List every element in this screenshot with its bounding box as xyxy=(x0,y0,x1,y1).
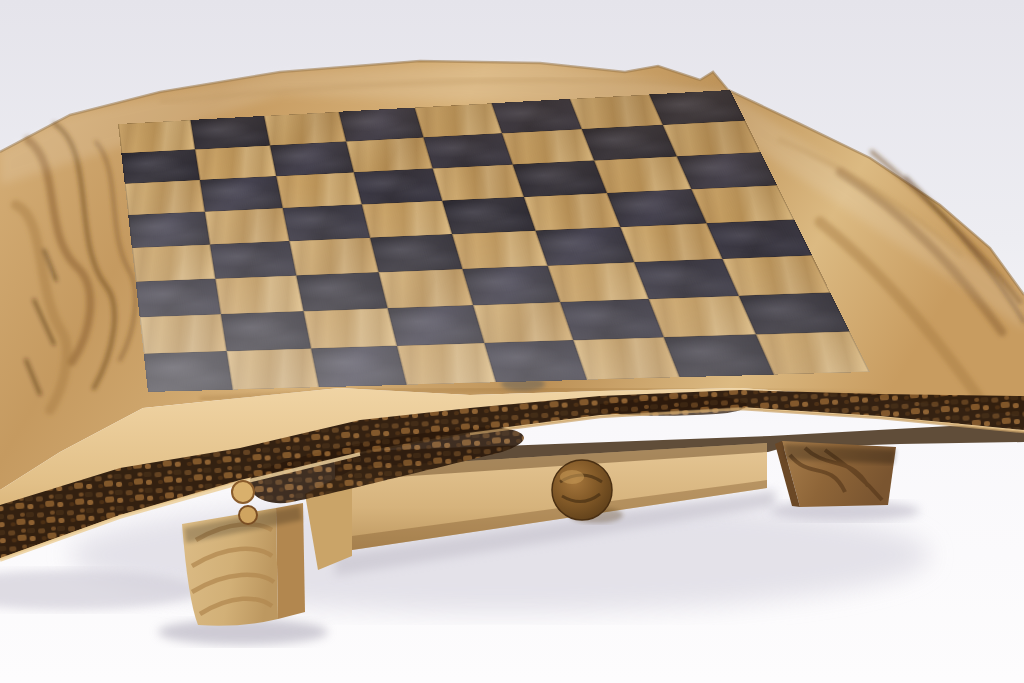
square-h1 xyxy=(756,331,870,374)
square-f1 xyxy=(573,337,679,380)
square-f4 xyxy=(536,227,635,266)
square-d3 xyxy=(379,269,473,308)
square-h3 xyxy=(722,255,830,296)
square-a1 xyxy=(144,351,233,392)
square-e6 xyxy=(433,165,524,201)
square-h2 xyxy=(739,293,850,335)
square-b5 xyxy=(205,208,290,244)
square-g5 xyxy=(607,189,707,227)
square-d7 xyxy=(346,137,432,172)
square-a5 xyxy=(128,212,210,248)
chess-table-photo xyxy=(0,0,1024,683)
square-a8 xyxy=(118,120,195,153)
square-e5 xyxy=(442,197,535,234)
square-b1 xyxy=(227,348,319,389)
square-a3 xyxy=(136,279,221,317)
square-b3 xyxy=(215,276,303,315)
square-e3 xyxy=(462,266,560,306)
square-g2 xyxy=(649,296,756,337)
square-c3 xyxy=(296,272,387,311)
square-c7 xyxy=(270,141,354,176)
square-f3 xyxy=(548,262,649,302)
square-g8 xyxy=(570,94,663,129)
right-leg xyxy=(775,441,896,507)
square-b6 xyxy=(200,176,283,211)
square-d1 xyxy=(397,343,496,385)
square-f2 xyxy=(560,299,664,340)
square-c1 xyxy=(311,346,407,387)
square-d4 xyxy=(370,234,462,272)
square-c2 xyxy=(304,308,397,348)
square-e8 xyxy=(415,103,502,137)
square-e7 xyxy=(423,133,512,168)
square-g4 xyxy=(620,223,722,262)
square-h7 xyxy=(663,121,761,157)
square-e2 xyxy=(473,302,573,343)
square-f5 xyxy=(524,193,620,231)
square-a2 xyxy=(140,314,227,354)
square-g7 xyxy=(582,125,677,161)
square-f6 xyxy=(513,160,607,196)
square-h6 xyxy=(677,152,777,189)
square-a4 xyxy=(132,245,215,282)
square-c5 xyxy=(283,204,370,241)
square-h4 xyxy=(707,220,812,259)
square-g1 xyxy=(664,334,774,377)
square-g6 xyxy=(594,156,691,193)
square-a7 xyxy=(121,149,200,183)
square-d6 xyxy=(354,168,442,204)
square-h5 xyxy=(691,185,794,223)
square-f7 xyxy=(502,129,594,164)
drawer-knob xyxy=(552,460,612,520)
square-e4 xyxy=(452,231,547,269)
square-b4 xyxy=(210,241,296,279)
square-f8 xyxy=(492,99,582,133)
square-g3 xyxy=(634,259,739,299)
square-a6 xyxy=(125,180,205,215)
square-c8 xyxy=(264,112,346,146)
square-b2 xyxy=(221,311,311,351)
square-d5 xyxy=(362,201,452,238)
square-h8 xyxy=(649,90,745,125)
square-c4 xyxy=(289,238,378,276)
square-d8 xyxy=(339,108,424,142)
square-c6 xyxy=(276,172,362,208)
square-d2 xyxy=(388,305,485,346)
square-b7 xyxy=(195,145,276,179)
square-e1 xyxy=(484,340,587,382)
square-b8 xyxy=(190,116,270,150)
